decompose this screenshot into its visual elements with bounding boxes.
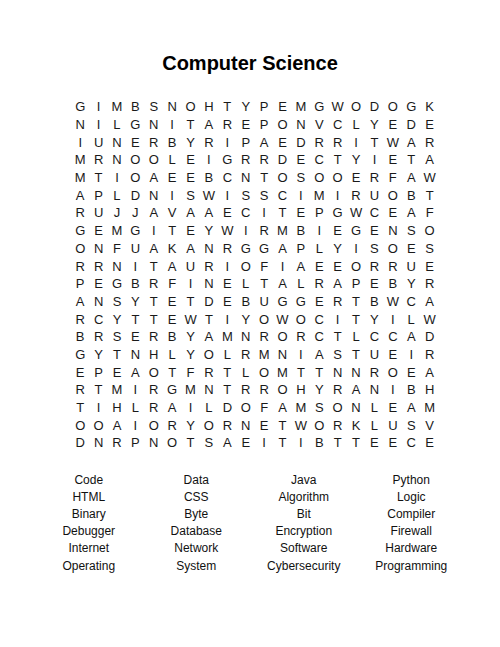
word-list-item: Encryption [250,523,358,540]
grid-cell: T [347,310,365,328]
grid-cell: N [200,381,218,399]
grid-cell: I [218,133,236,151]
grid-cell: D [402,116,420,134]
grid-cell: D [200,293,218,311]
grid-cell: H [420,381,438,399]
grid-cell: E [402,363,420,381]
grid-cell: I [163,186,181,204]
grid-cell: A [145,240,163,258]
grid-cell: S [402,222,420,240]
grid-cell: A [420,151,438,169]
grid-cell: R [420,133,438,151]
grid-cell: T [273,416,291,434]
grid-cell: N [71,116,89,134]
grid-cell: S [255,186,273,204]
grid-cell: A [181,204,199,222]
grid-cell: S [145,98,163,116]
grid-cell: R [310,275,328,293]
word-list-item: Algorithm [250,488,358,505]
grid-cell: E [292,204,310,222]
grid-cell: E [163,169,181,187]
grid-cell: I [181,275,199,293]
grid-cell: M [310,186,328,204]
grid-cell: P [71,275,89,293]
grid-cell: M [71,151,89,169]
grid-cell: A [71,293,89,311]
grid-cell: I [273,257,291,275]
grid-cell: P [255,98,273,116]
grid-cell: T [347,346,365,364]
grid-cell: T [181,293,199,311]
grid-cell: N [108,257,126,275]
grid-cell: U [402,257,420,275]
grid-cell: N [365,381,383,399]
grid-cell: T [145,257,163,275]
grid-cell: E [365,275,383,293]
grid-cell: N [273,346,291,364]
grid-cell: R [145,328,163,346]
grid-cell: E [310,293,328,311]
grid-cell: T [218,381,236,399]
grid-cell: O [384,240,402,258]
grid-cell: I [181,399,199,417]
grid-cell: L [402,310,420,328]
grid-cell: M [420,399,438,417]
grid-cell: A [273,399,291,417]
grid-cell: O [89,416,107,434]
grid-cell: E [384,116,402,134]
grid-cell: G [255,240,273,258]
grid-cell: S [402,416,420,434]
grid-cell: N [347,399,365,417]
grid-cell: I [365,151,383,169]
grid-cell: O [273,381,291,399]
grid-cell: E [384,151,402,169]
grid-cell: R [292,328,310,346]
grid-cell: G [71,98,89,116]
grid-cell: G [347,222,365,240]
grid-cell: H [108,399,126,417]
grid-cell: G [108,275,126,293]
grid-cell: F [108,240,126,258]
grid-cell: A [255,133,273,151]
grid-cell: I [328,186,346,204]
grid-cell: M [273,222,291,240]
grid-cell: E [163,310,181,328]
grid-cell: T [218,98,236,116]
word-list-item: Byte [143,505,251,522]
grid-cell: U [365,186,383,204]
grid-cell: O [384,363,402,381]
grid-cell: L [347,116,365,134]
grid-cell: I [237,222,255,240]
grid-cell: N [145,434,163,452]
grid-cell: L [365,416,383,434]
grid-cell: C [310,310,328,328]
grid-cell: R [218,116,236,134]
grid-cell: A [292,257,310,275]
grid-cell: A [273,275,291,293]
grid-cell: R [365,363,383,381]
grid-cell: V [420,416,438,434]
grid-cell: I [126,257,144,275]
grid-cell: R [89,151,107,169]
grid-cell: O [347,98,365,116]
grid-cell: N [89,240,107,258]
grid-cell: E [218,275,236,293]
grid-cell: E [420,257,438,275]
grid-cell: G [126,222,144,240]
grid-cell: E [237,116,255,134]
grid-cell: O [126,169,144,187]
grid-cell: R [71,381,89,399]
grid-cell: I [71,133,89,151]
word-list: CodeHTMLBinaryDebuggerInternetOperatingD… [35,471,465,574]
grid-cell: N [145,186,163,204]
grid-cell: G [71,346,89,364]
grid-cell: B [402,186,420,204]
grid-cell: S [310,399,328,417]
grid-cell: M [292,98,310,116]
grid-cell: W [200,186,218,204]
grid-cell: S [200,434,218,452]
grid-cell: E [163,293,181,311]
grid-cell: R [328,416,346,434]
grid-cell: R [145,133,163,151]
grid-cell: B [310,434,328,452]
grid-cell: L [365,399,383,417]
grid-cell: G [163,381,181,399]
grid-cell: R [200,257,218,275]
grid-cell: I [384,310,402,328]
grid-cell: L [126,399,144,417]
grid-cell: T [328,328,346,346]
grid-cell: T [420,186,438,204]
grid-cell: N [237,169,255,187]
grid-cell: U [89,133,107,151]
grid-cell: I [255,434,273,452]
grid-cell: E [181,169,199,187]
grid-cell: R [237,381,255,399]
grid-cell: N [200,275,218,293]
grid-cell: N [163,98,181,116]
grid-cell: S [328,346,346,364]
grid-cell: T [145,310,163,328]
grid-cell: A [163,399,181,417]
grid-cell: O [384,186,402,204]
grid-cell: Y [89,346,107,364]
grid-cell: E [384,346,402,364]
word-list-item: Compiler [358,505,466,522]
grid-cell: G [402,98,420,116]
grid-cell: J [108,204,126,222]
grid-cell: O [200,416,218,434]
word-list-item: HTML [35,488,143,505]
grid-cell: Y [126,293,144,311]
grid-cell: G [218,151,236,169]
grid-cell: R [145,399,163,417]
grid-cell: T [402,151,420,169]
grid-cell: I [108,169,126,187]
grid-cell: S [108,328,126,346]
grid-cell: E [328,257,346,275]
grid-cell: H [292,381,310,399]
grid-cell: P [255,116,273,134]
grid-cell: I [255,204,273,222]
grid-cell: I [310,222,328,240]
grid-cell: T [292,363,310,381]
word-list-item: Programming [358,557,466,574]
grid-cell: Y [237,310,255,328]
grid-cell: C [384,328,402,346]
grid-cell: M [71,169,89,187]
grid-cell: U [126,240,144,258]
grid-cell: Y [347,151,365,169]
grid-cell: I [200,151,218,169]
grid-cell: C [310,328,328,346]
grid-cell: R [420,346,438,364]
grid-cell: Y [181,133,199,151]
word-list-item: Database [143,523,251,540]
puzzle-page: Computer Science GIMBSNOHTYPEMGWODOGKNIL… [0,0,500,647]
grid-cell: Y [181,416,199,434]
grid-cell: T [255,169,273,187]
grid-cell: I [292,186,310,204]
grid-cell: R [384,257,402,275]
grid-cell: I [292,434,310,452]
grid-cell: E [292,151,310,169]
grid-cell: G [237,240,255,258]
grid-cell: O [310,169,328,187]
grid-cell: O [145,363,163,381]
word-list-item: Firewall [358,523,466,540]
grid-cell: R [71,310,89,328]
grid-cell: T [347,434,365,452]
grid-cell: F [420,204,438,222]
grid-cell: E [328,222,346,240]
grid-cell: O [200,346,218,364]
grid-cell: T [255,275,273,293]
grid-cell: I [402,346,420,364]
grid-cell: G [273,293,291,311]
grid-cell: N [237,328,255,346]
grid-cell: B [71,328,89,346]
word-list-item: Logic [358,488,466,505]
grid-cell: R [108,434,126,452]
grid-cell: N [89,293,107,311]
grid-cell: M [273,363,291,381]
grid-cell: B [402,381,420,399]
grid-cell: Y [108,310,126,328]
grid-cell: A [163,257,181,275]
grid-cell: C [402,293,420,311]
grid-cell: N [200,240,218,258]
grid-cell: U [89,204,107,222]
grid-cell: C [365,328,383,346]
grid-cell: P [89,186,107,204]
grid-cell: E [237,434,255,452]
grid-cell: O [237,257,255,275]
grid-cell: I [347,133,365,151]
grid-cell: D [273,151,291,169]
grid-cell: O [145,151,163,169]
grid-cell: P [237,133,255,151]
grid-cell: E [126,328,144,346]
grid-cell: T [89,381,107,399]
grid-cell: E [255,416,273,434]
grid-cell: R [255,151,273,169]
grid-cell: M [108,222,126,240]
grid-cell: D [71,434,89,452]
grid-cell: R [71,204,89,222]
grid-cell: U [255,293,273,311]
grid-cell: N [126,346,144,364]
grid-cell: R [71,257,89,275]
grid-cell: F [255,399,273,417]
grid-cell: O [328,399,346,417]
grid-cell: E [181,151,199,169]
grid-cell: A [273,240,291,258]
grid-cell: R [255,328,273,346]
grid-cell: R [163,416,181,434]
grid-cell: L [347,328,365,346]
grid-cell: A [402,133,420,151]
grid-cell: E [273,98,291,116]
word-list-item: Code [35,471,143,488]
grid-cell: O [71,416,89,434]
grid-cell: I [218,186,236,204]
grid-cell: T [328,151,346,169]
grid-cell: M [108,98,126,116]
grid-cell: H [200,98,218,116]
grid-cell: E [273,133,291,151]
grid-cell: L [237,275,255,293]
grid-cell: N [292,116,310,134]
grid-cell: U [384,416,402,434]
grid-cell: P [292,240,310,258]
grid-cell: R [328,133,346,151]
grid-cell: Y [237,98,255,116]
grid-cell: I [347,240,365,258]
grid-cell: L [108,116,126,134]
grid-cell: A [402,204,420,222]
grid-cell: D [126,186,144,204]
grid-cell: C [328,116,346,134]
grid-cell: I [89,399,107,417]
grid-cell: D [218,399,236,417]
grid-cell: A [181,240,199,258]
grid-cell: N [384,222,402,240]
grid-cell: A [420,293,438,311]
grid-cell: E [347,169,365,187]
grid-cell: G [71,222,89,240]
word-list-item: Binary [35,505,143,522]
word-search-grid: GIMBSNOHTYPEMGWODOGKNILGNITAREPONVCLYEDE… [71,98,439,452]
grid-cell: O [255,310,273,328]
grid-cell: U [365,346,383,364]
grid-cell: P [89,363,107,381]
grid-cell: B [237,293,255,311]
grid-cell: I [163,116,181,134]
grid-cell: A [402,399,420,417]
grid-cell: R [218,240,236,258]
grid-cell: A [145,169,163,187]
grid-cell: I [89,116,107,134]
grid-cell: V [163,204,181,222]
grid-cell: B [126,98,144,116]
grid-cell: I [89,98,107,116]
grid-cell: T [163,222,181,240]
grid-cell: O [420,222,438,240]
grid-cell: F [163,275,181,293]
grid-cell: E [126,133,144,151]
grid-cell: E [384,434,402,452]
grid-cell: S [237,186,255,204]
grid-cell: A [420,363,438,381]
grid-cell: O [273,116,291,134]
grid-cell: T [365,133,383,151]
grid-cell: H [145,346,163,364]
grid-cell: C [310,151,328,169]
grid-cell: A [310,346,328,364]
grid-cell: Y [402,275,420,293]
grid-cell: I [384,381,402,399]
grid-cell: L [163,151,181,169]
grid-cell: M [108,381,126,399]
grid-cell: P [347,275,365,293]
grid-cell: E [384,399,402,417]
grid-cell: L [200,399,218,417]
grid-cell: Y [200,222,218,240]
grid-cell: A [126,363,144,381]
grid-cell: T [181,434,199,452]
grid-cell: B [126,275,144,293]
word-list-item: Software [250,540,358,557]
grid-cell: T [89,169,107,187]
grid-cell: I [292,346,310,364]
word-list-item: Cybersecurity [250,557,358,574]
grid-cell: N [237,416,255,434]
grid-cell: M [292,399,310,417]
grid-cell: N [108,151,126,169]
grid-cell: N [328,363,346,381]
grid-cell: E [402,240,420,258]
grid-cell: R [145,275,163,293]
grid-cell: K [420,98,438,116]
grid-cell: F [181,363,199,381]
word-list-item: System [143,557,251,574]
grid-cell: W [181,310,199,328]
grid-cell: F [384,169,402,187]
grid-cell: L [310,240,328,258]
word-list-item: Java [250,471,358,488]
grid-cell: I [328,310,346,328]
grid-cell: M [181,381,199,399]
grid-cell: N [89,434,107,452]
grid-cell: E [89,275,107,293]
grid-cell: Y [181,328,199,346]
grid-cell: R [310,133,328,151]
grid-cell: O [273,328,291,346]
grid-cell: N [347,363,365,381]
grid-cell: Y [181,346,199,364]
grid-cell: W [384,133,402,151]
grid-cell: G [310,98,328,116]
grid-cell: C [237,204,255,222]
grid-cell: R [200,363,218,381]
grid-cell: I [126,416,144,434]
grid-cell: R [218,416,236,434]
